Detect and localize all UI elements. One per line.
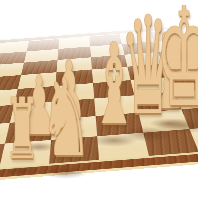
product-photo: ♜♟♞♟♝♛♝♚: [0, 0, 198, 198]
white-knight: ♞: [40, 64, 92, 172]
white-king: ♚: [156, 0, 198, 126]
white-rook: ♜: [5, 87, 40, 171]
pieces-layer: ♜♟♞♟♝♛♝♚: [0, 0, 198, 198]
